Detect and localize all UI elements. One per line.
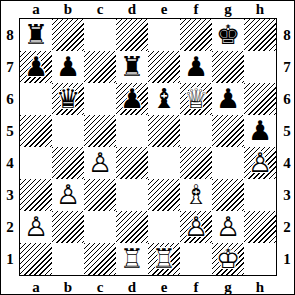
file-label-d: d <box>116 278 148 295</box>
piece-halo: ♟ <box>180 51 212 83</box>
square-f1[interactable] <box>180 243 212 275</box>
piece-halo: ♟ <box>244 147 276 179</box>
square-g6[interactable]: ♟♟ <box>212 83 244 115</box>
square-b4[interactable] <box>52 147 84 179</box>
rank-label-8: 8 <box>1 19 19 51</box>
square-h2[interactable] <box>244 211 276 243</box>
piece-halo: ♜ <box>116 243 148 275</box>
piece-white-pawn: ♙ <box>52 179 84 211</box>
piece-halo: ♟ <box>52 51 84 83</box>
rank-label-3: 3 <box>1 179 19 211</box>
piece-halo: ♟ <box>212 211 244 243</box>
piece-halo: ♚ <box>212 243 244 275</box>
rank-label-4: 4 <box>1 147 19 179</box>
chess-board: ♜♜♚♚♟♟♟♟♜♜♟♟♛♛♟♟♝♝♛♕♟♟♟♟♟♙♟♙♟♙♝♗♟♙♟♙♟♙♜♖… <box>19 18 277 276</box>
rank-label-1: 1 <box>1 243 19 275</box>
file-labels-bottom: abcdefgh <box>20 278 276 295</box>
piece-black-pawn: ♟ <box>116 83 148 115</box>
square-b2[interactable] <box>52 211 84 243</box>
square-b3[interactable]: ♟♙ <box>52 179 84 211</box>
file-label-b: b <box>52 1 84 18</box>
square-d1[interactable]: ♜♖ <box>116 243 148 275</box>
chess-diagram: abcdefgh 87654321 ♜♜♚♚♟♟♟♟♜♜♟♟♛♛♟♟♝♝♛♕♟♟… <box>0 0 295 295</box>
square-e8[interactable] <box>148 19 180 51</box>
rank-label-7: 7 <box>278 51 295 83</box>
rank-label-7: 7 <box>1 51 19 83</box>
square-h6[interactable] <box>244 83 276 115</box>
rank-label-8: 8 <box>278 19 295 51</box>
file-label-f: f <box>180 278 212 295</box>
piece-white-pawn: ♙ <box>180 211 212 243</box>
square-d8[interactable] <box>116 19 148 51</box>
square-a6[interactable] <box>20 83 52 115</box>
piece-black-rook: ♜ <box>116 51 148 83</box>
piece-black-queen: ♛ <box>52 83 84 115</box>
square-c7[interactable] <box>84 51 116 83</box>
rank-label-5: 5 <box>1 115 19 147</box>
square-b5[interactable] <box>52 115 84 147</box>
square-f5[interactable] <box>180 115 212 147</box>
square-f2[interactable]: ♟♙ <box>180 211 212 243</box>
square-d6[interactable]: ♟♟ <box>116 83 148 115</box>
rank-label-5: 5 <box>278 115 295 147</box>
square-d7[interactable]: ♜♜ <box>116 51 148 83</box>
square-c6[interactable] <box>84 83 116 115</box>
file-label-e: e <box>148 1 180 18</box>
piece-halo: ♟ <box>20 51 52 83</box>
square-f8[interactable] <box>180 19 212 51</box>
piece-black-pawn: ♟ <box>244 115 276 147</box>
piece-halo: ♟ <box>212 83 244 115</box>
piece-white-pawn: ♙ <box>244 147 276 179</box>
square-f4[interactable] <box>180 147 212 179</box>
rank-label-1: 1 <box>278 243 295 275</box>
file-labels-top: abcdefgh <box>20 1 276 18</box>
square-e3[interactable] <box>148 179 180 211</box>
square-g1[interactable]: ♚♔ <box>212 243 244 275</box>
piece-halo: ♛ <box>52 83 84 115</box>
square-g5[interactable] <box>212 115 244 147</box>
piece-white-king: ♔ <box>212 243 244 275</box>
piece-halo: ♜ <box>20 19 52 51</box>
piece-halo: ♟ <box>180 211 212 243</box>
square-e5[interactable] <box>148 115 180 147</box>
square-f7[interactable]: ♟♟ <box>180 51 212 83</box>
piece-black-pawn: ♟ <box>212 83 244 115</box>
file-label-e: e <box>148 278 180 295</box>
file-label-d: d <box>116 1 148 18</box>
piece-black-rook: ♜ <box>20 19 52 51</box>
square-h3[interactable] <box>244 179 276 211</box>
square-g3[interactable] <box>212 179 244 211</box>
piece-halo: ♝ <box>148 83 180 115</box>
file-label-h: h <box>244 1 276 18</box>
square-b1[interactable] <box>52 243 84 275</box>
rank-label-2: 2 <box>1 211 19 243</box>
piece-black-pawn: ♟ <box>20 51 52 83</box>
square-c1[interactable] <box>84 243 116 275</box>
square-e7[interactable] <box>148 51 180 83</box>
square-c2[interactable] <box>84 211 116 243</box>
square-d3[interactable] <box>116 179 148 211</box>
rank-label-6: 6 <box>1 83 19 115</box>
square-e1[interactable]: ♜♖ <box>148 243 180 275</box>
square-e2[interactable] <box>148 211 180 243</box>
square-h7[interactable] <box>244 51 276 83</box>
square-h5[interactable]: ♟♟ <box>244 115 276 147</box>
square-c3[interactable] <box>84 179 116 211</box>
file-label-h: h <box>244 278 276 295</box>
file-label-f: f <box>180 1 212 18</box>
square-a3[interactable] <box>20 179 52 211</box>
square-h4[interactable]: ♟♙ <box>244 147 276 179</box>
file-label-g: g <box>212 1 244 18</box>
piece-halo: ♟ <box>20 211 52 243</box>
file-label-b: b <box>52 278 84 295</box>
square-c4[interactable]: ♟♙ <box>84 147 116 179</box>
square-g7[interactable] <box>212 51 244 83</box>
piece-white-rook: ♖ <box>148 243 180 275</box>
piece-white-pawn: ♙ <box>20 211 52 243</box>
piece-white-bishop: ♗ <box>180 179 212 211</box>
piece-halo: ♟ <box>52 179 84 211</box>
rank-label-2: 2 <box>278 211 295 243</box>
piece-black-pawn: ♟ <box>180 51 212 83</box>
square-a8[interactable]: ♜♜ <box>20 19 52 51</box>
square-a2[interactable]: ♟♙ <box>20 211 52 243</box>
piece-white-queen: ♕ <box>180 83 212 115</box>
square-a1[interactable] <box>20 243 52 275</box>
piece-halo: ♟ <box>244 115 276 147</box>
square-b8[interactable] <box>52 19 84 51</box>
file-label-c: c <box>84 278 116 295</box>
piece-black-pawn: ♟ <box>52 51 84 83</box>
square-b7[interactable]: ♟♟ <box>52 51 84 83</box>
square-d4[interactable] <box>116 147 148 179</box>
rank-labels-right: 87654321 <box>278 19 295 275</box>
square-a4[interactable] <box>20 147 52 179</box>
square-c8[interactable] <box>84 19 116 51</box>
square-e6[interactable]: ♝♝ <box>148 83 180 115</box>
rank-labels-left: 87654321 <box>1 19 19 275</box>
piece-halo: ♚ <box>212 19 244 51</box>
file-label-c: c <box>84 1 116 18</box>
piece-halo: ♟ <box>84 147 116 179</box>
piece-halo: ♛ <box>180 83 212 115</box>
square-h8[interactable] <box>244 19 276 51</box>
square-g2[interactable]: ♟♙ <box>212 211 244 243</box>
square-a5[interactable] <box>20 115 52 147</box>
file-label-a: a <box>20 278 52 295</box>
rank-label-3: 3 <box>278 179 295 211</box>
square-c5[interactable] <box>84 115 116 147</box>
file-label-g: g <box>212 278 244 295</box>
piece-black-king: ♚ <box>212 19 244 51</box>
piece-halo: ♜ <box>148 243 180 275</box>
square-e4[interactable] <box>148 147 180 179</box>
square-d5[interactable] <box>116 115 148 147</box>
piece-halo: ♟ <box>116 83 148 115</box>
rank-label-4: 4 <box>278 147 295 179</box>
square-f6[interactable]: ♛♕ <box>180 83 212 115</box>
square-a7[interactable]: ♟♟ <box>20 51 52 83</box>
square-g8[interactable]: ♚♚ <box>212 19 244 51</box>
piece-halo: ♝ <box>180 179 212 211</box>
square-g4[interactable] <box>212 147 244 179</box>
piece-white-pawn: ♙ <box>212 211 244 243</box>
square-h1[interactable] <box>244 243 276 275</box>
piece-white-rook: ♖ <box>116 243 148 275</box>
square-b6[interactable]: ♛♛ <box>52 83 84 115</box>
square-f3[interactable]: ♝♗ <box>180 179 212 211</box>
piece-white-pawn: ♙ <box>84 147 116 179</box>
file-label-a: a <box>20 1 52 18</box>
piece-halo: ♜ <box>116 51 148 83</box>
piece-black-bishop: ♝ <box>148 83 180 115</box>
rank-label-6: 6 <box>278 83 295 115</box>
square-d2[interactable] <box>116 211 148 243</box>
